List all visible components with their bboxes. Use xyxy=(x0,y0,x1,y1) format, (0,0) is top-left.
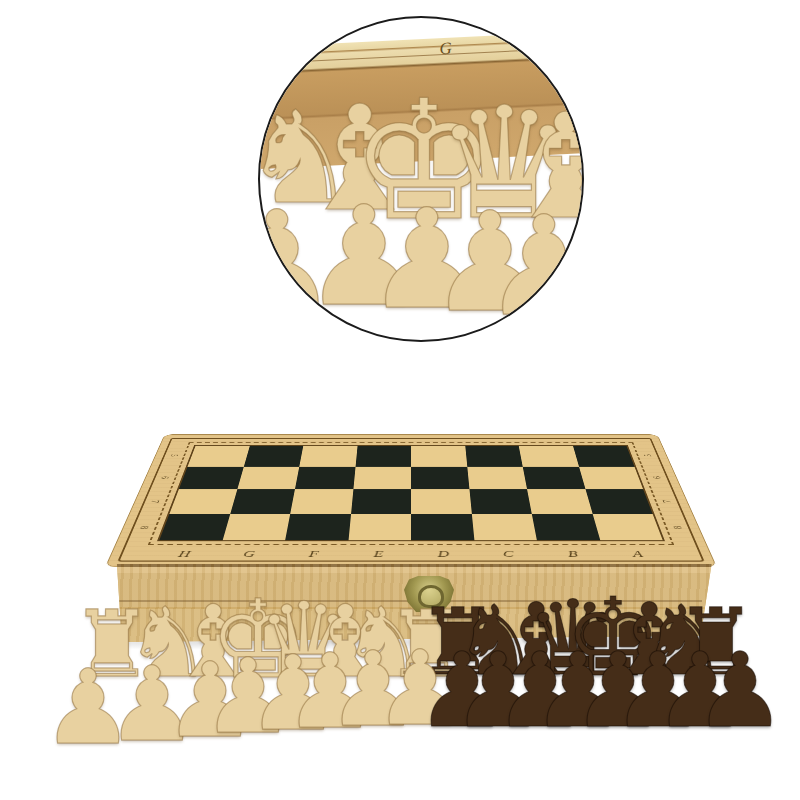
board-square xyxy=(523,467,585,490)
rank-label: 7 xyxy=(128,497,182,506)
board-square xyxy=(527,489,592,513)
rank-label: 6 xyxy=(139,473,191,481)
board-square xyxy=(467,467,527,490)
file-label: D xyxy=(411,549,476,558)
file-label: C xyxy=(475,549,541,558)
file-labels-row: HGFEDCBA xyxy=(150,549,672,558)
rank-label: 8 xyxy=(116,523,173,533)
chess-board-top: HGFEDCBA 5678 5678 xyxy=(105,434,717,567)
file-label: H xyxy=(150,549,218,558)
board-square xyxy=(230,489,295,513)
file-label: A xyxy=(604,549,672,558)
rank-label: 8 xyxy=(649,523,706,533)
board-square xyxy=(532,514,600,541)
magnified-inset-circle: G ♞♝♚♛♝♟♟♟♟♟ xyxy=(258,16,584,342)
file-label: F xyxy=(281,549,347,558)
board-square xyxy=(469,489,532,513)
rank-label: 5 xyxy=(149,452,199,460)
board-square xyxy=(295,467,355,490)
board-square xyxy=(465,446,523,467)
inset-file-letter: G xyxy=(439,39,452,60)
board-square xyxy=(285,514,350,541)
board-square xyxy=(471,514,536,541)
light-pawn: ♟ xyxy=(475,198,584,336)
board-square xyxy=(237,467,299,490)
board-square xyxy=(348,514,411,541)
board-square xyxy=(411,514,474,541)
board-square xyxy=(411,446,467,467)
rank-label: 5 xyxy=(623,452,673,460)
board-square xyxy=(519,446,579,467)
product-photo-stage: G ♞♝♚♛♝♟♟♟♟♟ HGFEDCBA 5678 5678 ♜♞♝♚♛♝♞♜… xyxy=(0,0,800,800)
rank-label: 6 xyxy=(631,473,683,481)
rank-label: 7 xyxy=(640,497,694,506)
board-squares xyxy=(157,445,665,541)
board-square xyxy=(355,446,411,467)
board-square xyxy=(351,489,411,513)
board-square xyxy=(299,446,357,467)
board-square xyxy=(411,489,471,513)
dark-pawn: ♟ xyxy=(688,639,791,742)
board-square xyxy=(290,489,353,513)
board-square xyxy=(243,446,303,467)
board-square xyxy=(353,467,411,490)
board-square xyxy=(411,467,469,490)
file-label: G xyxy=(215,549,282,558)
file-label: B xyxy=(540,549,607,558)
board-square xyxy=(222,514,290,541)
file-label: E xyxy=(346,549,411,558)
wood-band-line xyxy=(258,43,584,66)
